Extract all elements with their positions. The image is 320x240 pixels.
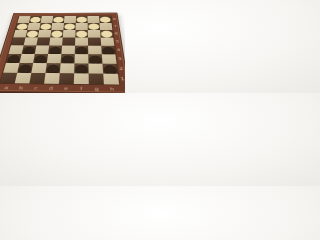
square-h7 bbox=[100, 23, 113, 30]
dark-piece: ● bbox=[33, 54, 48, 63]
square-g6 bbox=[88, 30, 101, 38]
square-g8 bbox=[87, 16, 99, 23]
square-c3: ● bbox=[33, 54, 48, 63]
rank-label-5: 5 bbox=[113, 38, 121, 46]
light-piece: ● bbox=[99, 16, 112, 23]
square-d3 bbox=[47, 54, 62, 63]
light-piece: ● bbox=[88, 23, 101, 30]
square-g2 bbox=[88, 64, 103, 74]
rank-label-2: 2 bbox=[117, 64, 125, 74]
dark-piece: ● bbox=[74, 63, 89, 73]
square-c1 bbox=[29, 73, 45, 84]
checkers-board-frame: ●●●●●●●●●●●●●●●●●●●●●●●● abcdefgh 876543… bbox=[0, 13, 125, 93]
file-label-h: h bbox=[104, 85, 120, 92]
rank-label-1: 1 bbox=[118, 74, 125, 85]
light-piece: ● bbox=[76, 16, 88, 23]
file-label-g: g bbox=[89, 85, 105, 92]
square-h4: ● bbox=[101, 46, 115, 55]
square-f1 bbox=[74, 73, 89, 84]
square-g5 bbox=[88, 38, 101, 46]
checkers-board: ●●●●●●●●●●●●●●●●●●●●●●●● bbox=[0, 16, 119, 85]
square-h8: ● bbox=[99, 16, 111, 23]
square-c7: ● bbox=[39, 23, 52, 30]
square-g7: ● bbox=[88, 23, 100, 30]
square-f4: ● bbox=[75, 46, 88, 55]
square-d2: ● bbox=[45, 63, 60, 73]
dark-piece: ● bbox=[48, 45, 62, 54]
square-f6: ● bbox=[75, 30, 88, 38]
square-f2: ● bbox=[74, 63, 88, 73]
square-e1 bbox=[59, 73, 74, 84]
square-c4 bbox=[35, 45, 49, 54]
square-d6: ● bbox=[50, 30, 63, 38]
file-coordinates: abcdefgh bbox=[0, 84, 120, 93]
square-h2: ● bbox=[102, 64, 117, 74]
square-c5 bbox=[36, 37, 50, 45]
light-piece: ● bbox=[75, 30, 88, 38]
file-label-f: f bbox=[74, 85, 89, 92]
square-f5 bbox=[75, 38, 88, 46]
square-d7 bbox=[51, 23, 64, 30]
file-label-c: c bbox=[28, 84, 44, 91]
square-c6 bbox=[38, 30, 51, 38]
rank-label-3: 3 bbox=[115, 54, 124, 63]
square-e3: ● bbox=[61, 54, 75, 63]
square-e6 bbox=[63, 30, 76, 38]
square-d4: ● bbox=[48, 45, 62, 54]
file-label-b: b bbox=[13, 84, 29, 91]
square-h3 bbox=[102, 54, 117, 63]
dark-piece: ● bbox=[61, 54, 75, 63]
square-e7: ● bbox=[63, 23, 75, 30]
dark-piece: ● bbox=[45, 63, 60, 73]
product-photo-scene: ●●●●●●●●●●●●●●●●●●●●●●●● abcdefgh 876543… bbox=[0, 0, 125, 93]
square-g4 bbox=[88, 46, 102, 55]
light-piece: ● bbox=[50, 30, 63, 38]
light-piece: ● bbox=[63, 23, 75, 30]
rank-label-7: 7 bbox=[112, 23, 120, 30]
square-e2 bbox=[60, 63, 75, 73]
light-piece: ● bbox=[100, 30, 113, 38]
square-f3 bbox=[74, 54, 88, 63]
dark-piece: ● bbox=[75, 46, 89, 55]
square-f7 bbox=[76, 23, 88, 30]
file-label-d: d bbox=[43, 84, 59, 91]
square-g3: ● bbox=[88, 54, 102, 63]
file-label-e: e bbox=[58, 85, 74, 92]
square-e5 bbox=[62, 37, 75, 45]
rank-label-8: 8 bbox=[111, 16, 118, 23]
square-d5 bbox=[49, 37, 63, 45]
square-h1 bbox=[103, 74, 119, 85]
dark-piece: ● bbox=[88, 54, 102, 63]
dark-piece: ● bbox=[101, 46, 115, 55]
rank-label-6: 6 bbox=[112, 30, 120, 38]
square-c2 bbox=[31, 63, 47, 73]
dark-piece: ● bbox=[102, 64, 117, 74]
rank-label-4: 4 bbox=[114, 46, 122, 55]
square-h5 bbox=[101, 38, 115, 46]
square-f8: ● bbox=[76, 16, 88, 23]
square-e4 bbox=[61, 46, 75, 55]
square-h6: ● bbox=[100, 30, 113, 38]
square-d1 bbox=[44, 73, 60, 84]
square-g1 bbox=[89, 73, 104, 84]
